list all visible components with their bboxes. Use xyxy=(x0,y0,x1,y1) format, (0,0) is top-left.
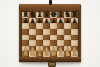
box-right-rim xyxy=(78,10,81,57)
box-back-edge xyxy=(20,4,80,12)
box-clasp xyxy=(48,62,56,67)
box-latch-knob xyxy=(49,0,52,5)
chess-box: ♜♞♝♛♚♝♞♜♟♟♟♟♟♟♟♟♟♟♟♟♟♟♟♟♜♞♝♛♚♝♞♜ xyxy=(19,4,81,62)
product-photo: ♜♞♝♛♚♝♞♜♟♟♟♟♟♟♟♟♟♟♟♟♟♟♟♟♜♞♝♛♚♝♞♜ xyxy=(0,0,100,67)
chess-board[interactable]: ♜♞♝♛♚♝♞♜♟♟♟♟♟♟♟♟♟♟♟♟♟♟♟♟♜♞♝♛♚♝♞♜ xyxy=(22,12,78,57)
